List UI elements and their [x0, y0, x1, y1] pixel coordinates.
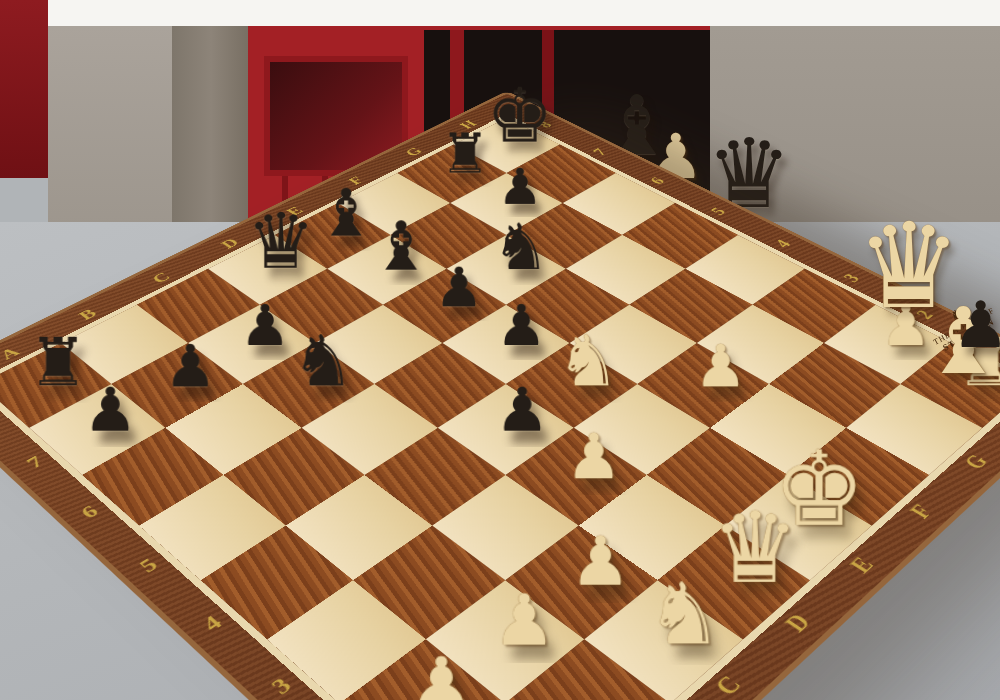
board-grid: ♜♛♝♜♚♟♟♟♝♟♞♟♞♟♟♞♟♟♟♟♟♟♜♞♛♚♜: [0, 118, 1000, 700]
file-label-bottom-C: C: [702, 665, 755, 700]
piece-black-bishop-e8[interactable]: ♝: [316, 182, 375, 242]
piece-black-pawn-g7[interactable]: ♟: [498, 165, 543, 211]
piece-black-pawn-e5[interactable]: ♟: [496, 301, 547, 353]
piece-black-rook-g8[interactable]: ♜: [440, 129, 489, 180]
piece-black-pawn-e6[interactable]: ♟: [435, 263, 484, 313]
piece-white-queen-d1[interactable]: ♛: [710, 504, 798, 594]
file-label-bottom-D: D: [773, 604, 824, 643]
rank-label-left-4: 4: [187, 604, 238, 643]
piece-black-queen-d8[interactable]: ♛: [246, 207, 315, 278]
file-label-bottom-F: F: [898, 495, 945, 528]
piece-black-rook-a8[interactable]: ♜: [28, 333, 88, 394]
board-scene: ♜♛♝♜♚♟♟♟♝♟♞♟♞♟♟♞♟♟♟♟♟♟♜♞♛♚♜ AABBCCDDEEFF…: [0, 0, 1000, 700]
file-label-bottom-E: E: [838, 548, 887, 584]
piece-black-pawn-b7[interactable]: ♟: [164, 340, 216, 394]
square-d4[interactable]: ♟: [438, 384, 574, 475]
piece-black-pawn-c7[interactable]: ♟: [240, 301, 291, 353]
file-label-bottom-G: G: [954, 447, 999, 478]
piece-white-pawn-b2[interactable]: ♟: [493, 589, 556, 654]
piece-black-pawn-a7[interactable]: ♟: [83, 383, 137, 439]
chess-photo-scene: ♜♛♝♜♚♟♟♟♝♟♞♟♞♟♟♞♟♟♟♟♟♟♜♞♛♚♜ AABBCCDDEEFF…: [0, 0, 1000, 700]
piece-white-knight-c1[interactable]: ♞: [646, 576, 722, 654]
decor-piece-black-pawn[interactable]: ♟: [952, 296, 1000, 355]
piece-white-pawn-a2[interactable]: ♟: [408, 652, 474, 700]
piece-black-pawn-d4[interactable]: ♟: [495, 383, 549, 439]
piece-white-pawn-d3[interactable]: ♟: [566, 429, 622, 487]
piece-white-pawn-f3[interactable]: ♟: [695, 340, 747, 394]
rank-label-left-7: 7: [12, 447, 57, 478]
piece-white-pawn-c2[interactable]: ♟: [570, 532, 631, 594]
piece-white-knight-e4[interactable]: ♞: [557, 329, 620, 394]
rank-label-left-6: 6: [66, 495, 113, 528]
chessboard: ♜♛♝♜♚♟♟♟♝♟♞♟♞♟♟♞♟♟♟♟♟♟♜♞♛♚♜ AABBCCDDEEFF…: [0, 94, 1000, 700]
piece-black-knight-c6[interactable]: ♞: [291, 329, 354, 394]
piece-black-bishop-e7[interactable]: ♝: [370, 215, 431, 277]
rank-label-left-5: 5: [124, 548, 173, 584]
rank-label-left-3: 3: [255, 665, 308, 700]
piece-black-knight-f6[interactable]: ♞: [492, 218, 549, 277]
